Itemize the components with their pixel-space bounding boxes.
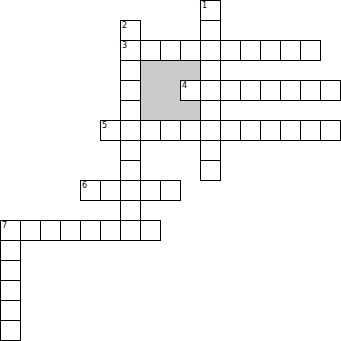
- cell-r6c11[interactable]: [220, 120, 241, 141]
- cell-r11c1[interactable]: [20, 220, 41, 241]
- cell-r5c6[interactable]: [120, 100, 141, 121]
- cell-r14c0[interactable]: [0, 280, 21, 301]
- cell-r11c2[interactable]: [40, 220, 61, 241]
- cell-r2c13[interactable]: [260, 40, 281, 61]
- clue-number-6: 6: [82, 181, 87, 190]
- cell-r13c0[interactable]: [0, 260, 21, 281]
- cell-r4c12[interactable]: [240, 80, 261, 101]
- cell-r5c10[interactable]: [200, 100, 221, 121]
- cell-r6c16[interactable]: [320, 120, 341, 141]
- clue-number-7: 7: [2, 221, 7, 230]
- cell-r9c4[interactable]: 6: [80, 180, 101, 201]
- cell-r6c5[interactable]: 5: [100, 120, 121, 141]
- cell-r6c13[interactable]: [260, 120, 281, 141]
- cell-r6c8[interactable]: [160, 120, 181, 141]
- cell-r6c9[interactable]: [180, 120, 201, 141]
- cell-r6c6[interactable]: [120, 120, 141, 141]
- cell-r4c10[interactable]: [200, 80, 221, 101]
- clue-number-1: 1: [202, 1, 207, 10]
- cell-r2c8[interactable]: [160, 40, 181, 61]
- cell-r1c6[interactable]: 2: [120, 20, 141, 41]
- cell-r7c10[interactable]: [200, 140, 221, 161]
- cell-r4c13[interactable]: [260, 80, 281, 101]
- cell-r2c9[interactable]: [180, 40, 201, 61]
- cell-r3c6[interactable]: [120, 60, 141, 81]
- cell-r16c0[interactable]: [0, 320, 21, 341]
- cell-r8c10[interactable]: [200, 160, 221, 181]
- cell-r2c10[interactable]: [200, 40, 221, 61]
- cell-r4c6[interactable]: [120, 80, 141, 101]
- cell-r6c7[interactable]: [140, 120, 161, 141]
- clue-number-5: 5: [102, 121, 107, 130]
- cell-r4c14[interactable]: [280, 80, 301, 101]
- cell-r2c6[interactable]: 3: [120, 40, 141, 61]
- cell-r11c6[interactable]: [120, 220, 141, 241]
- cell-r8c6[interactable]: [120, 160, 141, 181]
- cell-r2c7[interactable]: [140, 40, 161, 61]
- cell-r15c0[interactable]: [0, 300, 21, 321]
- cell-r2c15[interactable]: [300, 40, 321, 61]
- cell-r6c12[interactable]: [240, 120, 261, 141]
- cell-r4c11[interactable]: [220, 80, 241, 101]
- clue-number-4: 4: [182, 81, 187, 90]
- cell-r2c11[interactable]: [220, 40, 241, 61]
- cell-r2c12[interactable]: [240, 40, 261, 61]
- cell-r9c7[interactable]: [140, 180, 161, 201]
- cell-r12c0[interactable]: [0, 240, 21, 261]
- clue-number-2: 2: [122, 21, 127, 30]
- cell-r9c8[interactable]: [160, 180, 181, 201]
- cell-r2c14[interactable]: [280, 40, 301, 61]
- cell-r9c6[interactable]: [120, 180, 141, 201]
- cell-r11c0[interactable]: 7: [0, 220, 21, 241]
- cell-r1c10[interactable]: [200, 20, 221, 41]
- cell-r3c10[interactable]: [200, 60, 221, 81]
- cell-r6c15[interactable]: [300, 120, 321, 141]
- cell-r4c9[interactable]: 4: [180, 80, 201, 101]
- clue-number-3: 3: [122, 41, 127, 50]
- cell-r0c10[interactable]: 1: [200, 0, 221, 21]
- cell-r10c6[interactable]: [120, 200, 141, 221]
- cell-r7c6[interactable]: [120, 140, 141, 161]
- cell-r6c14[interactable]: [280, 120, 301, 141]
- cell-r11c7[interactable]: [140, 220, 161, 241]
- cell-r9c5[interactable]: [100, 180, 121, 201]
- crossword-puzzle-page: 1234567: [0, 0, 341, 341]
- cell-r11c3[interactable]: [60, 220, 81, 241]
- cell-r6c10[interactable]: [200, 120, 221, 141]
- cell-r11c4[interactable]: [80, 220, 101, 241]
- cell-r4c15[interactable]: [300, 80, 321, 101]
- cell-r11c5[interactable]: [100, 220, 121, 241]
- crossword-board: 1234567: [0, 0, 341, 341]
- cell-r4c16[interactable]: [320, 80, 341, 101]
